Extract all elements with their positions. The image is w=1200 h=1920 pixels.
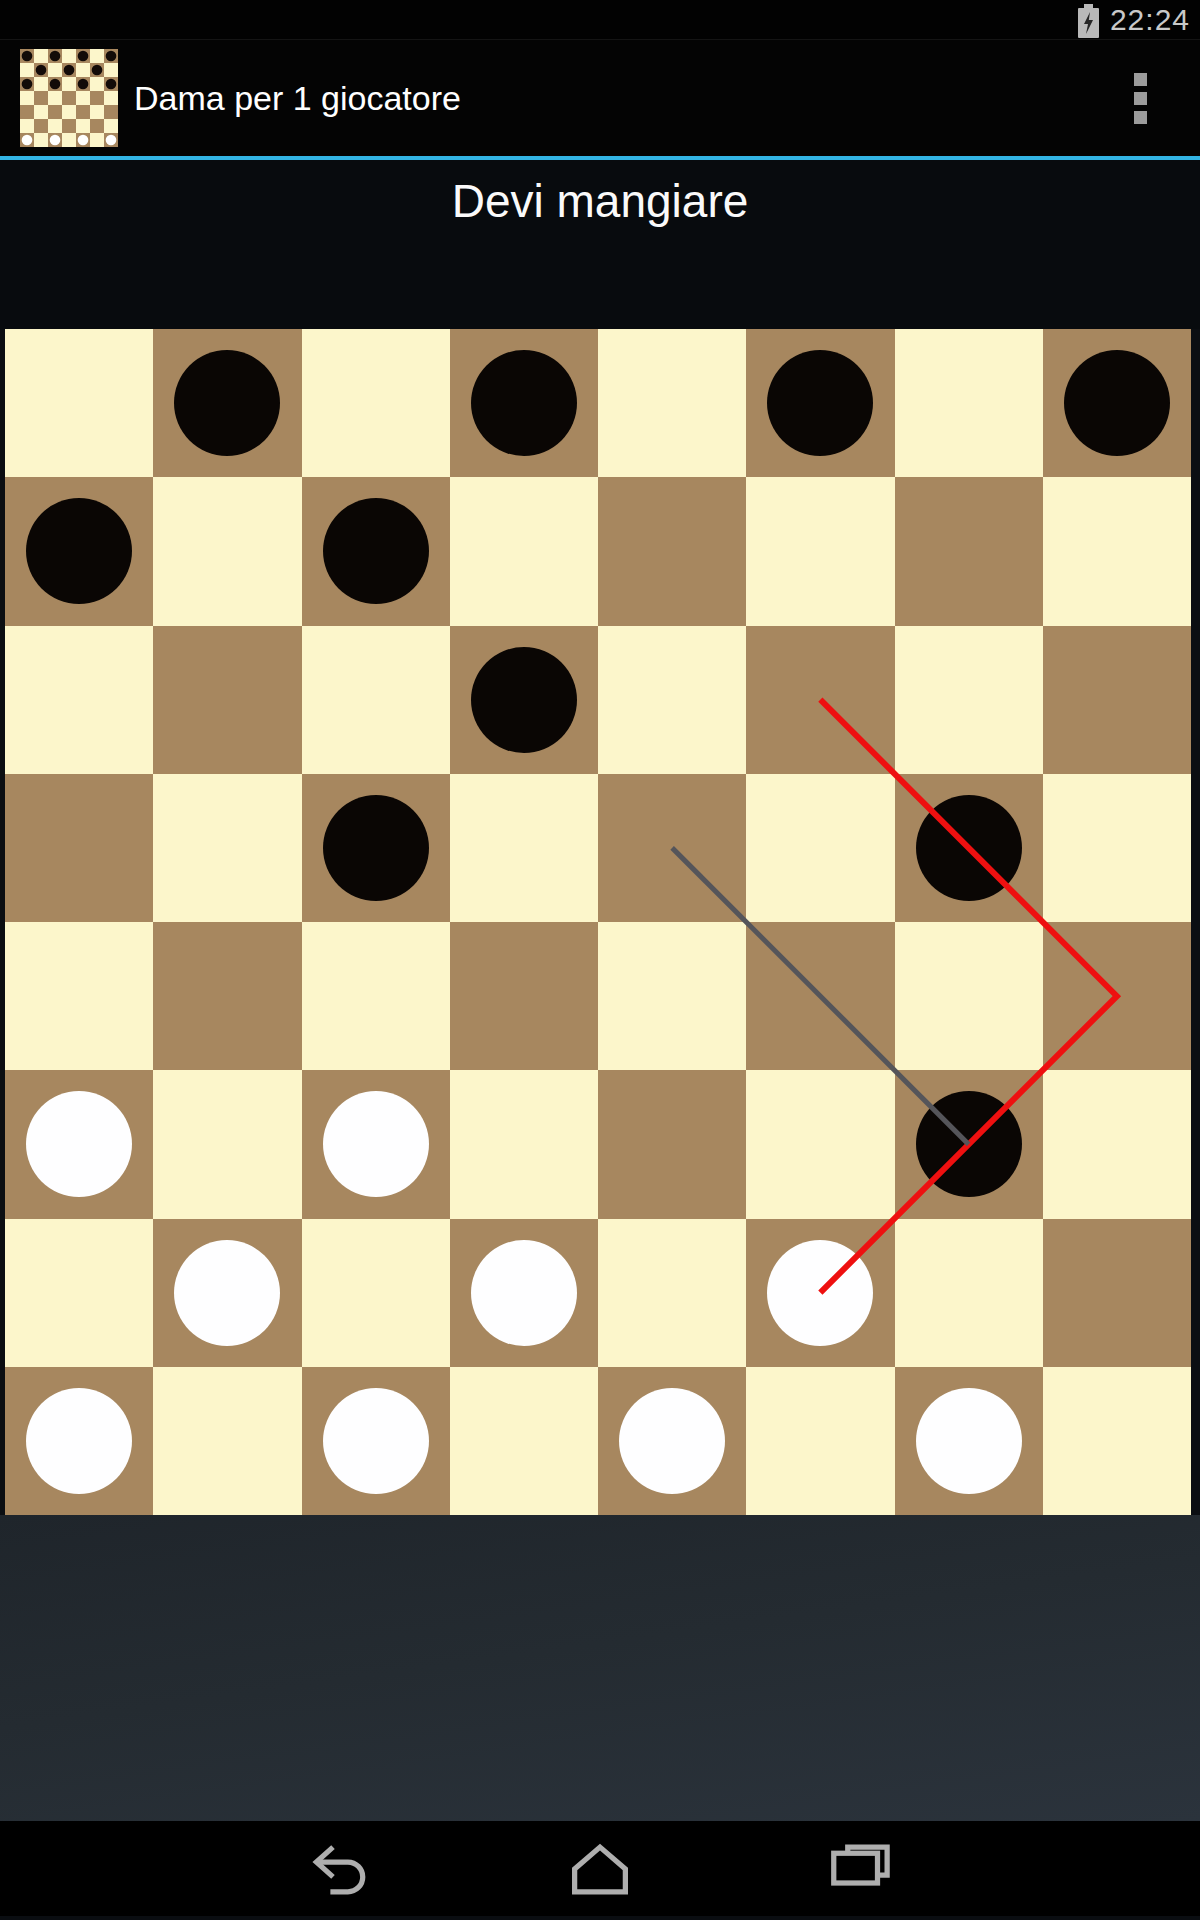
square-r5c3[interactable] bbox=[450, 1070, 598, 1218]
status-time: 22:24 bbox=[1110, 3, 1190, 37]
recents-icon[interactable] bbox=[821, 1839, 899, 1899]
white-man[interactable] bbox=[916, 1388, 1022, 1494]
screen: 22:24 Dama per 1 giocatore Devi mangiare bbox=[0, 0, 1200, 1920]
white-man[interactable] bbox=[767, 1240, 873, 1346]
square-r4c2[interactable] bbox=[302, 922, 450, 1070]
square-r7c1[interactable] bbox=[153, 1367, 301, 1515]
square-r4c0[interactable] bbox=[5, 922, 153, 1070]
black-man[interactable] bbox=[471, 647, 577, 753]
square-r1c2[interactable] bbox=[302, 477, 450, 625]
back-icon[interactable] bbox=[301, 1839, 379, 1899]
square-r2c0[interactable] bbox=[5, 626, 153, 774]
square-r3c3[interactable] bbox=[450, 774, 598, 922]
white-man[interactable] bbox=[619, 1388, 725, 1494]
black-man[interactable] bbox=[26, 498, 132, 604]
square-r3c1[interactable] bbox=[153, 774, 301, 922]
square-r2c4[interactable] bbox=[598, 626, 746, 774]
square-r4c3[interactable] bbox=[450, 922, 598, 1070]
black-man[interactable] bbox=[916, 1091, 1022, 1197]
square-r6c6[interactable] bbox=[895, 1219, 1043, 1367]
square-r4c7[interactable] bbox=[1043, 922, 1191, 1070]
square-r0c6[interactable] bbox=[895, 329, 1043, 477]
square-r0c1[interactable] bbox=[153, 329, 301, 477]
square-r6c7[interactable] bbox=[1043, 1219, 1191, 1367]
black-man[interactable] bbox=[1064, 350, 1170, 456]
square-r4c1[interactable] bbox=[153, 922, 301, 1070]
square-r6c1[interactable] bbox=[153, 1219, 301, 1367]
home-icon[interactable] bbox=[561, 1839, 639, 1899]
square-r5c2[interactable] bbox=[302, 1070, 450, 1218]
below-board-background bbox=[0, 1515, 1200, 1821]
square-r6c5[interactable] bbox=[746, 1219, 894, 1367]
square-r3c4[interactable] bbox=[598, 774, 746, 922]
square-r3c2[interactable] bbox=[302, 774, 450, 922]
square-r7c4[interactable] bbox=[598, 1367, 746, 1515]
square-r6c4[interactable] bbox=[598, 1219, 746, 1367]
message-area: Devi mangiare bbox=[0, 160, 1200, 329]
white-man[interactable] bbox=[26, 1091, 132, 1197]
square-r1c1[interactable] bbox=[153, 477, 301, 625]
app-title: Dama per 1 giocatore bbox=[134, 79, 1104, 118]
black-man[interactable] bbox=[323, 498, 429, 604]
square-r5c5[interactable] bbox=[746, 1070, 894, 1218]
white-man[interactable] bbox=[471, 1240, 577, 1346]
square-r2c5[interactable] bbox=[746, 626, 894, 774]
square-r1c4[interactable] bbox=[598, 477, 746, 625]
square-r2c1[interactable] bbox=[153, 626, 301, 774]
square-r1c3[interactable] bbox=[450, 477, 598, 625]
square-r0c2[interactable] bbox=[302, 329, 450, 477]
white-man[interactable] bbox=[26, 1388, 132, 1494]
square-r5c1[interactable] bbox=[153, 1070, 301, 1218]
navigation-bar bbox=[0, 1821, 1200, 1916]
battery-charging-icon bbox=[1076, 4, 1101, 38]
white-man[interactable] bbox=[174, 1240, 280, 1346]
square-r5c6[interactable] bbox=[895, 1070, 1043, 1218]
square-r3c6[interactable] bbox=[895, 774, 1043, 922]
status-bar: 22:24 bbox=[0, 0, 1200, 40]
square-r1c0[interactable] bbox=[5, 477, 153, 625]
square-r5c0[interactable] bbox=[5, 1070, 153, 1218]
black-man[interactable] bbox=[471, 350, 577, 456]
square-r0c5[interactable] bbox=[746, 329, 894, 477]
square-r0c0[interactable] bbox=[5, 329, 153, 477]
black-man[interactable] bbox=[767, 350, 873, 456]
white-man[interactable] bbox=[323, 1091, 429, 1197]
action-bar: Dama per 1 giocatore bbox=[0, 40, 1200, 160]
message-text: Devi mangiare bbox=[452, 175, 749, 227]
square-r4c5[interactable] bbox=[746, 922, 894, 1070]
square-r4c6[interactable] bbox=[895, 922, 1043, 1070]
black-man[interactable] bbox=[916, 795, 1022, 901]
board bbox=[5, 329, 1191, 1515]
checkers-board-app-icon bbox=[20, 49, 118, 147]
square-r1c7[interactable] bbox=[1043, 477, 1191, 625]
square-r3c5[interactable] bbox=[746, 774, 894, 922]
square-r2c7[interactable] bbox=[1043, 626, 1191, 774]
square-r2c3[interactable] bbox=[450, 626, 598, 774]
square-r0c7[interactable] bbox=[1043, 329, 1191, 477]
white-man[interactable] bbox=[323, 1388, 429, 1494]
square-r3c7[interactable] bbox=[1043, 774, 1191, 922]
square-r0c4[interactable] bbox=[598, 329, 746, 477]
square-r7c7[interactable] bbox=[1043, 1367, 1191, 1515]
square-r1c6[interactable] bbox=[895, 477, 1043, 625]
square-r7c5[interactable] bbox=[746, 1367, 894, 1515]
square-r5c7[interactable] bbox=[1043, 1070, 1191, 1218]
square-r7c2[interactable] bbox=[302, 1367, 450, 1515]
square-r4c4[interactable] bbox=[598, 922, 746, 1070]
square-r2c2[interactable] bbox=[302, 626, 450, 774]
square-r7c3[interactable] bbox=[450, 1367, 598, 1515]
square-r6c3[interactable] bbox=[450, 1219, 598, 1367]
square-r0c3[interactable] bbox=[450, 329, 598, 477]
board-region bbox=[0, 329, 1200, 1515]
square-r2c6[interactable] bbox=[895, 626, 1043, 774]
black-man[interactable] bbox=[174, 350, 280, 456]
square-r6c2[interactable] bbox=[302, 1219, 450, 1367]
square-r7c6[interactable] bbox=[895, 1367, 1043, 1515]
square-r6c0[interactable] bbox=[5, 1219, 153, 1367]
square-r7c0[interactable] bbox=[5, 1367, 153, 1515]
black-man[interactable] bbox=[323, 795, 429, 901]
square-r3c0[interactable] bbox=[5, 774, 153, 922]
square-r1c5[interactable] bbox=[746, 477, 894, 625]
overflow-menu-icon[interactable] bbox=[1104, 53, 1200, 144]
square-r5c4[interactable] bbox=[598, 1070, 746, 1218]
